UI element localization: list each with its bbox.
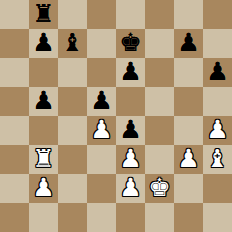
square-g7[interactable]: ♟ bbox=[174, 29, 203, 58]
square-f7[interactable] bbox=[145, 29, 174, 58]
square-f4[interactable] bbox=[145, 116, 174, 145]
white-bishop[interactable]: ♝ bbox=[206, 144, 228, 173]
square-h6[interactable]: ♟ bbox=[203, 58, 232, 87]
square-a3[interactable] bbox=[0, 145, 29, 174]
square-a6[interactable] bbox=[0, 58, 29, 87]
square-c6[interactable] bbox=[58, 58, 87, 87]
square-f8[interactable] bbox=[145, 0, 174, 29]
square-a1[interactable] bbox=[0, 203, 29, 232]
square-g3[interactable]: ♟ bbox=[174, 145, 203, 174]
black-pawn[interactable]: ♟ bbox=[90, 86, 112, 115]
square-h3[interactable]: ♝ bbox=[203, 145, 232, 174]
square-d1[interactable] bbox=[87, 203, 116, 232]
square-b8[interactable]: ♜ bbox=[29, 0, 58, 29]
square-e1[interactable] bbox=[116, 203, 145, 232]
square-g2[interactable] bbox=[174, 174, 203, 203]
square-d8[interactable] bbox=[87, 0, 116, 29]
square-g6[interactable] bbox=[174, 58, 203, 87]
square-d4[interactable]: ♟ bbox=[87, 116, 116, 145]
white-pawn[interactable]: ♟ bbox=[206, 115, 228, 144]
square-e5[interactable] bbox=[116, 87, 145, 116]
square-e4[interactable]: ♟ bbox=[116, 116, 145, 145]
square-h8[interactable] bbox=[203, 0, 232, 29]
square-f3[interactable] bbox=[145, 145, 174, 174]
square-h4[interactable]: ♟ bbox=[203, 116, 232, 145]
black-pawn[interactable]: ♟ bbox=[32, 28, 54, 57]
black-king[interactable]: ♚ bbox=[119, 28, 141, 57]
square-c1[interactable] bbox=[58, 203, 87, 232]
square-a5[interactable] bbox=[0, 87, 29, 116]
black-rook[interactable]: ♜ bbox=[32, 0, 54, 28]
square-g1[interactable] bbox=[174, 203, 203, 232]
white-pawn[interactable]: ♟ bbox=[177, 144, 199, 173]
white-pawn[interactable]: ♟ bbox=[32, 173, 54, 202]
square-f6[interactable] bbox=[145, 58, 174, 87]
square-c7[interactable]: ♝ bbox=[58, 29, 87, 58]
square-h7[interactable] bbox=[203, 29, 232, 58]
square-b1[interactable] bbox=[29, 203, 58, 232]
white-pawn[interactable]: ♟ bbox=[119, 173, 141, 202]
square-g4[interactable] bbox=[174, 116, 203, 145]
square-g8[interactable] bbox=[174, 0, 203, 29]
square-d7[interactable] bbox=[87, 29, 116, 58]
square-c2[interactable] bbox=[58, 174, 87, 203]
square-b7[interactable]: ♟ bbox=[29, 29, 58, 58]
square-f1[interactable] bbox=[145, 203, 174, 232]
square-a7[interactable] bbox=[0, 29, 29, 58]
white-king[interactable]: ♚ bbox=[148, 173, 170, 202]
square-b6[interactable] bbox=[29, 58, 58, 87]
black-pawn[interactable]: ♟ bbox=[32, 86, 54, 115]
square-b5[interactable]: ♟ bbox=[29, 87, 58, 116]
square-d6[interactable] bbox=[87, 58, 116, 87]
square-f5[interactable] bbox=[145, 87, 174, 116]
square-d5[interactable]: ♟ bbox=[87, 87, 116, 116]
square-b2[interactable]: ♟ bbox=[29, 174, 58, 203]
square-b3[interactable]: ♜ bbox=[29, 145, 58, 174]
white-pawn[interactable]: ♟ bbox=[90, 115, 112, 144]
black-pawn[interactable]: ♟ bbox=[177, 28, 199, 57]
black-pawn[interactable]: ♟ bbox=[206, 57, 228, 86]
square-e2[interactable]: ♟ bbox=[116, 174, 145, 203]
square-a8[interactable] bbox=[0, 0, 29, 29]
black-bishop[interactable]: ♝ bbox=[61, 28, 83, 57]
black-pawn[interactable]: ♟ bbox=[119, 57, 141, 86]
square-f2[interactable]: ♚ bbox=[145, 174, 174, 203]
square-c3[interactable] bbox=[58, 145, 87, 174]
square-c8[interactable] bbox=[58, 0, 87, 29]
square-e8[interactable] bbox=[116, 0, 145, 29]
square-c4[interactable] bbox=[58, 116, 87, 145]
square-e3[interactable]: ♟ bbox=[116, 145, 145, 174]
chess-board: ♜♟♝♚♟♟♟♟♟♟♟♟♜♟♟♝♟♟♚ bbox=[0, 0, 232, 232]
white-rook[interactable]: ♜ bbox=[32, 144, 54, 173]
square-a4[interactable] bbox=[0, 116, 29, 145]
square-h2[interactable] bbox=[203, 174, 232, 203]
square-g5[interactable] bbox=[174, 87, 203, 116]
square-e6[interactable]: ♟ bbox=[116, 58, 145, 87]
square-h5[interactable] bbox=[203, 87, 232, 116]
square-b4[interactable] bbox=[29, 116, 58, 145]
square-d2[interactable] bbox=[87, 174, 116, 203]
white-pawn[interactable]: ♟ bbox=[119, 144, 141, 173]
black-pawn[interactable]: ♟ bbox=[119, 115, 141, 144]
square-e7[interactable]: ♚ bbox=[116, 29, 145, 58]
square-a2[interactable] bbox=[0, 174, 29, 203]
square-h1[interactable] bbox=[203, 203, 232, 232]
square-d3[interactable] bbox=[87, 145, 116, 174]
square-c5[interactable] bbox=[58, 87, 87, 116]
